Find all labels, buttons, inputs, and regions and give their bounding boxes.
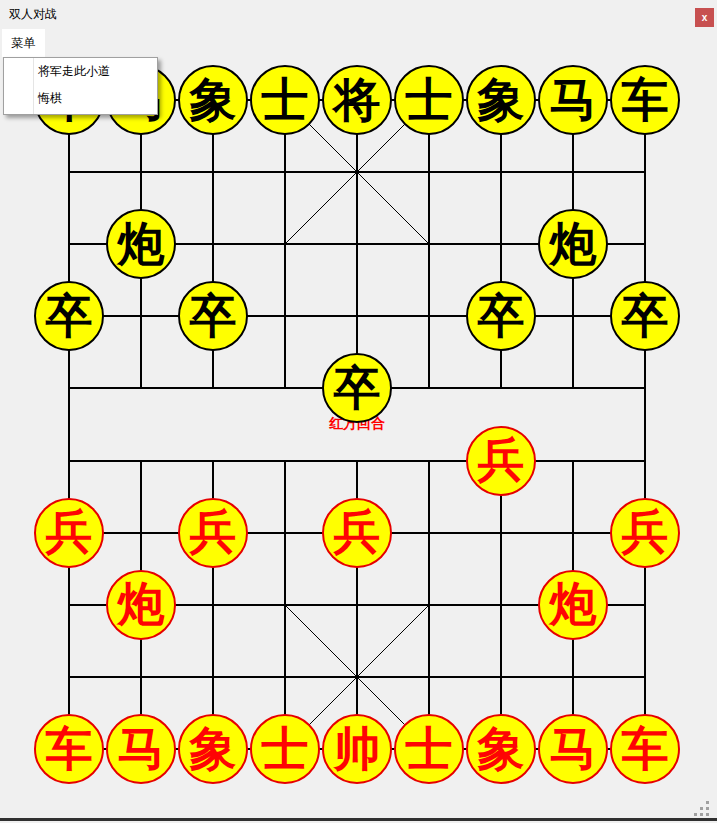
piece-red-象[interactable]: 象 [178, 714, 248, 784]
piece-black-卒[interactable]: 卒 [178, 281, 248, 351]
menu-dropdown: 将军走此小道 悔棋 [3, 57, 158, 115]
piece-black-卒[interactable]: 卒 [322, 353, 392, 423]
piece-black-卒[interactable]: 卒 [466, 281, 536, 351]
piece-red-炮[interactable]: 炮 [538, 570, 608, 640]
piece-red-象[interactable]: 象 [466, 714, 536, 784]
close-icon: x [702, 12, 708, 23]
xiangqi-board: 车马象士将士象马车炮炮卒卒卒卒卒兵兵兵兵兵炮炮车马象士帅士象马车 [33, 64, 681, 785]
menu-button[interactable]: 菜单 [2, 29, 45, 57]
piece-red-士[interactable]: 士 [394, 714, 464, 784]
piece-black-士[interactable]: 士 [250, 65, 320, 135]
window-bottom-edge [0, 818, 717, 821]
piece-red-帅[interactable]: 帅 [322, 714, 392, 784]
piece-black-卒[interactable]: 卒 [34, 281, 104, 351]
piece-red-炮[interactable]: 炮 [106, 570, 176, 640]
piece-red-兵[interactable]: 兵 [322, 498, 392, 568]
piece-red-马[interactable]: 马 [106, 714, 176, 784]
piece-black-将[interactable]: 将 [322, 65, 392, 135]
piece-black-炮[interactable]: 炮 [538, 209, 608, 279]
piece-red-兵[interactable]: 兵 [466, 426, 536, 496]
piece-black-炮[interactable]: 炮 [106, 209, 176, 279]
title-bar: 双人对战 x [0, 0, 717, 28]
piece-black-象[interactable]: 象 [466, 65, 536, 135]
window-title: 双人对战 [9, 0, 57, 28]
close-button[interactable]: x [695, 8, 714, 27]
piece-red-马[interactable]: 马 [538, 714, 608, 784]
piece-black-车[interactable]: 车 [610, 65, 680, 135]
menu-item-jiangjun-path[interactable]: 将军走此小道 [4, 58, 157, 85]
piece-red-车[interactable]: 车 [610, 714, 680, 784]
piece-black-卒[interactable]: 卒 [610, 281, 680, 351]
piece-red-兵[interactable]: 兵 [178, 498, 248, 568]
app-window: { "window": { "title": "双人对战", "close_la… [0, 0, 717, 823]
piece-red-兵[interactable]: 兵 [34, 498, 104, 568]
menu-bar: 菜单 [0, 28, 717, 57]
piece-red-士[interactable]: 士 [250, 714, 320, 784]
piece-black-士[interactable]: 士 [394, 65, 464, 135]
piece-black-马[interactable]: 马 [538, 65, 608, 135]
menu-item-undo-move[interactable]: 悔棋 [4, 85, 157, 112]
piece-red-兵[interactable]: 兵 [610, 498, 680, 568]
piece-black-象[interactable]: 象 [178, 65, 248, 135]
piece-red-车[interactable]: 车 [34, 714, 104, 784]
